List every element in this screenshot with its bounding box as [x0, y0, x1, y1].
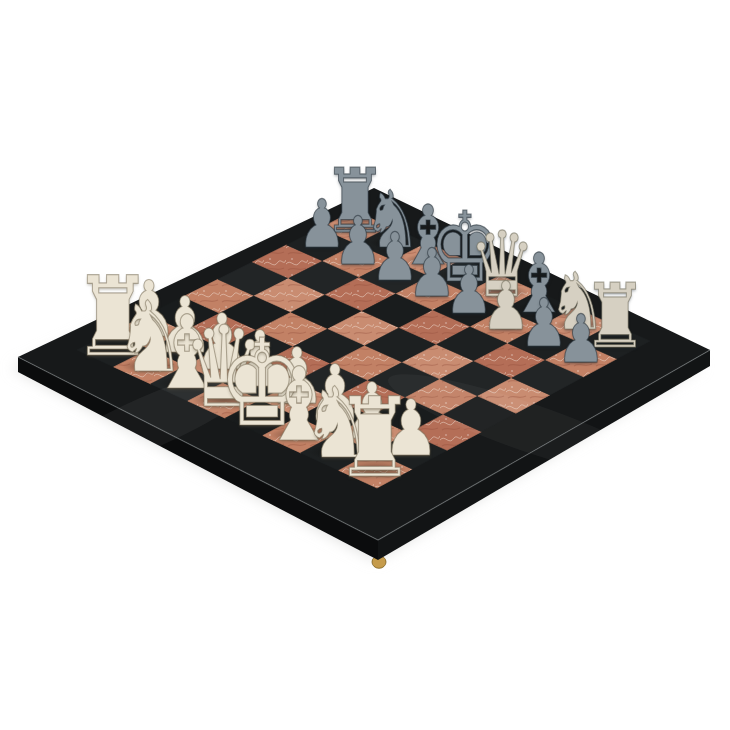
- chess-board: [0, 0, 730, 730]
- stone-chess-set-photo: ♜♞♝♚♛♝♞♜♟♟♟♟♟♟♟♟♟♟♟♟♟♟♟♟♜♞♝♛♚♝♞♜: [0, 0, 730, 730]
